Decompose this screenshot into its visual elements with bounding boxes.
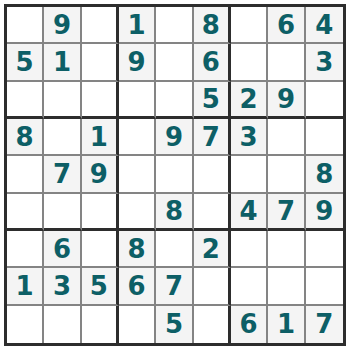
cell-r6c3[interactable] (82, 194, 119, 231)
cell-r5c9: 8 (306, 156, 343, 193)
cell-r2c7[interactable] (231, 44, 268, 81)
cell-r9c4[interactable] (119, 306, 156, 343)
cell-r1c2: 9 (44, 7, 81, 44)
cell-r3c5[interactable] (156, 82, 193, 119)
cell-r5c6[interactable] (194, 156, 231, 193)
cell-r4c5: 9 (156, 119, 193, 156)
cell-r7c1[interactable] (7, 231, 44, 268)
cell-r8c6[interactable] (194, 268, 231, 305)
cell-r5c2: 7 (44, 156, 81, 193)
cell-r4c4[interactable] (119, 119, 156, 156)
cell-r1c5[interactable] (156, 7, 193, 44)
cell-r5c5[interactable] (156, 156, 193, 193)
cell-r6c1[interactable] (7, 194, 44, 231)
cell-r4c2[interactable] (44, 119, 81, 156)
cell-r8c1: 1 (7, 268, 44, 305)
cell-r8c4: 6 (119, 268, 156, 305)
cell-r1c4: 1 (119, 7, 156, 44)
cell-r7c6: 2 (194, 231, 231, 268)
cell-r5c7[interactable] (231, 156, 268, 193)
cell-r9c9: 7 (306, 306, 343, 343)
cell-r4c7: 3 (231, 119, 268, 156)
cell-r8c7[interactable] (231, 268, 268, 305)
cell-r4c8[interactable] (268, 119, 305, 156)
cell-r2c3[interactable] (82, 44, 119, 81)
cell-r1c3[interactable] (82, 7, 119, 44)
cell-r9c5: 5 (156, 306, 193, 343)
sudoku-board: 9186451963529819737988479682135675617 (4, 4, 346, 346)
cell-r6c9: 9 (306, 194, 343, 231)
cell-r1c8: 6 (268, 7, 305, 44)
cell-r9c7: 6 (231, 306, 268, 343)
cell-r7c3[interactable] (82, 231, 119, 268)
cell-r9c3[interactable] (82, 306, 119, 343)
cell-r4c9[interactable] (306, 119, 343, 156)
cell-r6c7: 4 (231, 194, 268, 231)
cell-r6c4[interactable] (119, 194, 156, 231)
cell-r7c9[interactable] (306, 231, 343, 268)
cell-r6c6[interactable] (194, 194, 231, 231)
cell-r3c6: 5 (194, 82, 231, 119)
cell-r9c6[interactable] (194, 306, 231, 343)
cell-r2c8[interactable] (268, 44, 305, 81)
cell-r2c9: 3 (306, 44, 343, 81)
cell-r4c6: 7 (194, 119, 231, 156)
cell-r2c4: 9 (119, 44, 156, 81)
cell-r3c7: 2 (231, 82, 268, 119)
cell-r1c1[interactable] (7, 7, 44, 44)
cell-r5c4[interactable] (119, 156, 156, 193)
cell-r2c2: 1 (44, 44, 81, 81)
cell-r4c1: 8 (7, 119, 44, 156)
cell-r5c1[interactable] (7, 156, 44, 193)
cell-r3c8: 9 (268, 82, 305, 119)
cell-r1c7[interactable] (231, 7, 268, 44)
cell-r1c6: 8 (194, 7, 231, 44)
cell-r3c3[interactable] (82, 82, 119, 119)
cell-r7c8[interactable] (268, 231, 305, 268)
cell-r7c2: 6 (44, 231, 81, 268)
cell-r2c5[interactable] (156, 44, 193, 81)
cell-r6c5: 8 (156, 194, 193, 231)
cell-r9c8: 1 (268, 306, 305, 343)
cell-r3c4[interactable] (119, 82, 156, 119)
cell-r2c1: 5 (7, 44, 44, 81)
cell-r3c2[interactable] (44, 82, 81, 119)
cell-r1c9: 4 (306, 7, 343, 44)
cell-r2c6: 6 (194, 44, 231, 81)
cell-r4c3: 1 (82, 119, 119, 156)
cell-r5c8[interactable] (268, 156, 305, 193)
cell-r8c2: 3 (44, 268, 81, 305)
cell-r3c1[interactable] (7, 82, 44, 119)
cell-r9c1[interactable] (7, 306, 44, 343)
cell-r3c9[interactable] (306, 82, 343, 119)
cell-r8c9[interactable] (306, 268, 343, 305)
cell-r8c8[interactable] (268, 268, 305, 305)
cell-r5c3: 9 (82, 156, 119, 193)
cell-r6c8: 7 (268, 194, 305, 231)
cell-r7c7[interactable] (231, 231, 268, 268)
cell-r8c3: 5 (82, 268, 119, 305)
cell-r7c4: 8 (119, 231, 156, 268)
cell-r7c5[interactable] (156, 231, 193, 268)
cell-r6c2[interactable] (44, 194, 81, 231)
cell-r8c5: 7 (156, 268, 193, 305)
cell-r9c2[interactable] (44, 306, 81, 343)
